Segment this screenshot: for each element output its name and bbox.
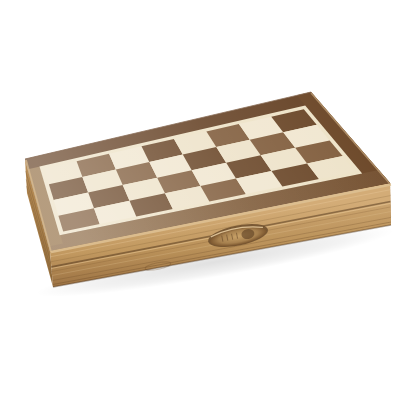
chess-box-photo [0, 0, 400, 400]
product-photo-scene [0, 0, 400, 400]
